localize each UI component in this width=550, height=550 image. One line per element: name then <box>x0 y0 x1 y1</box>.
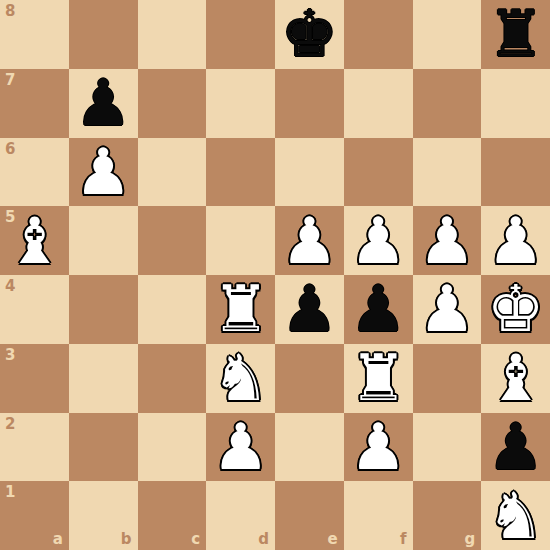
square-b2[interactable] <box>69 413 138 482</box>
square-e7[interactable] <box>275 69 344 138</box>
square-d5[interactable] <box>206 206 275 275</box>
square-b4[interactable] <box>69 275 138 344</box>
square-f8[interactable] <box>344 0 413 69</box>
square-f4[interactable]: ♟ <box>344 275 413 344</box>
square-h3[interactable]: ♝ <box>481 344 550 413</box>
square-f1[interactable]: f <box>344 481 413 550</box>
square-f5[interactable]: ♟ <box>344 206 413 275</box>
square-c8[interactable] <box>138 0 207 69</box>
square-e5[interactable]: ♟ <box>275 206 344 275</box>
piece-black-pawn[interactable]: ♟ <box>69 69 138 138</box>
rank-label-3: 3 <box>5 348 15 363</box>
rank-label-6: 6 <box>5 142 15 157</box>
square-f6[interactable] <box>344 138 413 207</box>
square-h1[interactable]: ♞ <box>481 481 550 550</box>
piece-black-rook[interactable]: ♜ <box>481 0 550 69</box>
piece-white-pawn[interactable]: ♟ <box>344 206 413 275</box>
square-h5[interactable]: ♟ <box>481 206 550 275</box>
square-a1[interactable]: 1a <box>0 481 69 550</box>
square-d6[interactable] <box>206 138 275 207</box>
chess-board: 8♚♜7♟6♟5♝♟♟♟♟4♜♟♟♟♚3♞♜♝2♟♟♟1abcdefg♞ <box>0 0 550 550</box>
square-f7[interactable] <box>344 69 413 138</box>
square-d1[interactable]: d <box>206 481 275 550</box>
square-d8[interactable] <box>206 0 275 69</box>
square-c7[interactable] <box>138 69 207 138</box>
square-b8[interactable] <box>69 0 138 69</box>
square-b1[interactable]: b <box>69 481 138 550</box>
square-g2[interactable] <box>413 413 482 482</box>
piece-white-pawn[interactable]: ♟ <box>481 206 550 275</box>
file-label-g: g <box>465 532 476 547</box>
piece-black-pawn[interactable]: ♟ <box>481 413 550 482</box>
piece-white-pawn[interactable]: ♟ <box>344 413 413 482</box>
square-h2[interactable]: ♟ <box>481 413 550 482</box>
rank-label-4: 4 <box>5 279 15 294</box>
piece-white-pawn[interactable]: ♟ <box>413 275 482 344</box>
square-h6[interactable] <box>481 138 550 207</box>
piece-white-bishop[interactable]: ♝ <box>481 344 550 413</box>
square-c3[interactable] <box>138 344 207 413</box>
piece-white-pawn[interactable]: ♟ <box>413 206 482 275</box>
square-e6[interactable] <box>275 138 344 207</box>
square-d4[interactable]: ♜ <box>206 275 275 344</box>
piece-white-rook[interactable]: ♜ <box>206 275 275 344</box>
file-label-e: e <box>328 532 338 547</box>
file-label-d: d <box>258 532 269 547</box>
piece-white-pawn[interactable]: ♟ <box>275 206 344 275</box>
square-b5[interactable] <box>69 206 138 275</box>
square-h4[interactable]: ♚ <box>481 275 550 344</box>
square-e1[interactable]: e <box>275 481 344 550</box>
square-a2[interactable]: 2 <box>0 413 69 482</box>
square-c6[interactable] <box>138 138 207 207</box>
square-g1[interactable]: g <box>413 481 482 550</box>
square-e4[interactable]: ♟ <box>275 275 344 344</box>
piece-black-king[interactable]: ♚ <box>275 0 344 69</box>
square-h7[interactable] <box>481 69 550 138</box>
file-label-b: b <box>121 532 132 547</box>
square-c4[interactable] <box>138 275 207 344</box>
piece-white-rook[interactable]: ♜ <box>344 344 413 413</box>
piece-white-knight[interactable]: ♞ <box>481 481 550 550</box>
file-label-a: a <box>53 532 63 547</box>
square-a3[interactable]: 3 <box>0 344 69 413</box>
piece-white-bishop[interactable]: ♝ <box>0 206 69 275</box>
square-a5[interactable]: 5♝ <box>0 206 69 275</box>
file-label-f: f <box>400 532 407 547</box>
piece-black-pawn[interactable]: ♟ <box>275 275 344 344</box>
piece-white-king[interactable]: ♚ <box>481 275 550 344</box>
square-c1[interactable]: c <box>138 481 207 550</box>
square-e3[interactable] <box>275 344 344 413</box>
square-g6[interactable] <box>413 138 482 207</box>
square-c5[interactable] <box>138 206 207 275</box>
rank-label-8: 8 <box>5 4 15 19</box>
piece-white-pawn[interactable]: ♟ <box>69 138 138 207</box>
square-a6[interactable]: 6 <box>0 138 69 207</box>
square-f3[interactable]: ♜ <box>344 344 413 413</box>
square-g4[interactable]: ♟ <box>413 275 482 344</box>
square-c2[interactable] <box>138 413 207 482</box>
rank-label-1: 1 <box>5 485 15 500</box>
square-d2[interactable]: ♟ <box>206 413 275 482</box>
square-b6[interactable]: ♟ <box>69 138 138 207</box>
rank-label-2: 2 <box>5 417 15 432</box>
square-a7[interactable]: 7 <box>0 69 69 138</box>
square-e2[interactable] <box>275 413 344 482</box>
piece-white-pawn[interactable]: ♟ <box>206 413 275 482</box>
square-d7[interactable] <box>206 69 275 138</box>
square-g3[interactable] <box>413 344 482 413</box>
piece-white-knight[interactable]: ♞ <box>206 344 275 413</box>
square-h8[interactable]: ♜ <box>481 0 550 69</box>
square-g5[interactable]: ♟ <box>413 206 482 275</box>
square-g7[interactable] <box>413 69 482 138</box>
square-b7[interactable]: ♟ <box>69 69 138 138</box>
square-e8[interactable]: ♚ <box>275 0 344 69</box>
square-a4[interactable]: 4 <box>0 275 69 344</box>
square-g8[interactable] <box>413 0 482 69</box>
rank-label-7: 7 <box>5 73 15 88</box>
square-a8[interactable]: 8 <box>0 0 69 69</box>
square-b3[interactable] <box>69 344 138 413</box>
square-f2[interactable]: ♟ <box>344 413 413 482</box>
file-label-c: c <box>191 532 200 547</box>
square-d3[interactable]: ♞ <box>206 344 275 413</box>
piece-black-pawn[interactable]: ♟ <box>344 275 413 344</box>
